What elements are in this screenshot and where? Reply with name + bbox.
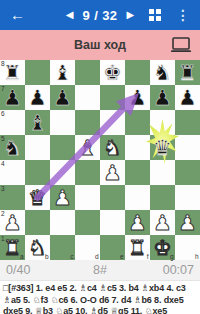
square-d4[interactable] bbox=[75, 160, 100, 185]
square-d1[interactable]: d bbox=[75, 235, 100, 260]
square-e5[interactable]: ♞ bbox=[100, 135, 125, 160]
piece-white-knight[interactable]: ♞ bbox=[25, 235, 50, 260]
piece-white-bishop[interactable]: ♝ bbox=[75, 135, 100, 160]
square-g4[interactable] bbox=[150, 160, 175, 185]
puzzle-counter: 9 / 32 bbox=[83, 8, 118, 23]
square-g3[interactable] bbox=[150, 185, 175, 210]
square-d7[interactable] bbox=[75, 85, 100, 110]
file-label: c bbox=[70, 253, 73, 260]
square-f8[interactable] bbox=[125, 60, 150, 85]
task-label: 8# bbox=[93, 263, 107, 277]
next-puzzle-icon[interactable]: ▶ bbox=[126, 0, 134, 30]
square-c8[interactable]: ♝ bbox=[50, 60, 75, 85]
square-a2[interactable]: 2♟ bbox=[0, 210, 25, 235]
square-c3[interactable]: ♟ bbox=[50, 185, 75, 210]
square-g2[interactable]: ♟ bbox=[150, 210, 175, 235]
piece-black-knight[interactable]: ♞ bbox=[0, 135, 25, 160]
piece-black-bishop[interactable]: ♝ bbox=[25, 110, 50, 135]
piece-black-pawn[interactable]: ♟ bbox=[175, 85, 200, 110]
square-e2[interactable] bbox=[100, 210, 125, 235]
square-b7[interactable]: ♟ bbox=[25, 85, 50, 110]
square-h7[interactable]: ♟ bbox=[175, 85, 200, 110]
square-e1[interactable]: e bbox=[100, 235, 125, 260]
square-b5[interactable] bbox=[25, 135, 50, 160]
piece-white-queen[interactable]: ♛ bbox=[25, 185, 50, 210]
square-c7[interactable]: ♟ bbox=[50, 85, 75, 110]
square-f3[interactable] bbox=[125, 185, 150, 210]
rank-label: 4 bbox=[1, 160, 5, 168]
piece-black-queen[interactable]: ♛ bbox=[150, 135, 175, 160]
square-c5[interactable] bbox=[50, 135, 75, 160]
square-f1[interactable]: f♜ bbox=[125, 235, 150, 260]
square-a6[interactable]: 6 bbox=[0, 110, 25, 135]
square-f2[interactable]: ♟ bbox=[125, 210, 150, 235]
square-a7[interactable]: 7♟ bbox=[0, 85, 25, 110]
square-a4[interactable]: 4 bbox=[0, 160, 25, 185]
piece-black-pawn[interactable]: ♟ bbox=[0, 85, 25, 110]
rank-label: 6 bbox=[1, 110, 5, 118]
square-a1[interactable]: 1a♜ bbox=[0, 235, 25, 260]
square-g8[interactable]: ♞ bbox=[150, 60, 175, 85]
piece-black-pawn[interactable]: ♟ bbox=[50, 85, 75, 110]
square-d6[interactable] bbox=[75, 110, 100, 135]
timer-label: 00:07 bbox=[163, 263, 194, 277]
piece-white-pawn[interactable]: ♟ bbox=[125, 210, 150, 235]
square-c4[interactable] bbox=[50, 160, 75, 185]
square-d5[interactable]: ♝ bbox=[75, 135, 100, 160]
square-g5[interactable]: ♛ bbox=[150, 135, 175, 160]
piece-white-rook[interactable]: ♜ bbox=[0, 235, 25, 260]
square-h8[interactable]: ♜ bbox=[175, 60, 200, 85]
move-line: ♗a5 5. ♘f3 ♘c6 6. O-O d6 7. d4 ♗b6 8. dx… bbox=[3, 295, 197, 307]
square-h1[interactable]: h bbox=[175, 235, 200, 260]
rank-label: 3 bbox=[1, 185, 5, 193]
square-c1[interactable]: c bbox=[50, 235, 75, 260]
turn-banner: Ваш ход bbox=[0, 30, 200, 60]
square-b4[interactable] bbox=[25, 160, 50, 185]
turn-label: Ваш ход bbox=[74, 38, 126, 52]
square-b1[interactable]: b♞ bbox=[25, 235, 50, 260]
square-e4[interactable]: ♟ bbox=[100, 160, 125, 185]
score-label: 0/40 bbox=[6, 263, 30, 277]
square-b2[interactable] bbox=[25, 210, 50, 235]
piece-black-king[interactable]: ♚ bbox=[100, 60, 125, 85]
file-label: d bbox=[95, 253, 99, 260]
square-b6[interactable]: ♝ bbox=[25, 110, 50, 135]
square-a5[interactable]: 5♞ bbox=[0, 135, 25, 160]
square-h4[interactable] bbox=[175, 160, 200, 185]
square-f5[interactable] bbox=[125, 135, 150, 160]
prev-puzzle-icon[interactable]: ◀ bbox=[66, 0, 74, 30]
square-h6[interactable] bbox=[175, 110, 200, 135]
square-h5[interactable] bbox=[175, 135, 200, 160]
square-b3[interactable]: ♛ bbox=[25, 185, 50, 210]
file-label: e bbox=[120, 253, 124, 260]
piece-black-pawn[interactable]: ♟ bbox=[150, 85, 175, 110]
piece-white-pawn[interactable]: ♟ bbox=[0, 210, 25, 235]
piece-white-pawn[interactable]: ♟ bbox=[100, 160, 125, 185]
square-e3[interactable] bbox=[100, 185, 125, 210]
piece-white-pawn[interactable]: ♟ bbox=[150, 210, 175, 235]
piece-black-rook[interactable]: ♜ bbox=[0, 60, 25, 85]
piece-white-rook[interactable]: ♜ bbox=[125, 235, 150, 260]
chess-board: 8♜♝♚♞♜7♟♟♟♟♟♟6♝5♞♝♞♛4♟3♛♟2♟♟♟♟1a♜b♞cdef♜… bbox=[0, 60, 200, 260]
piece-white-pawn[interactable]: ♟ bbox=[50, 185, 75, 210]
square-e8[interactable]: ♚ bbox=[100, 60, 125, 85]
square-d8[interactable] bbox=[75, 60, 100, 85]
square-c2[interactable] bbox=[50, 210, 75, 235]
piece-black-pawn[interactable]: ♟ bbox=[25, 85, 50, 110]
square-c6[interactable] bbox=[50, 110, 75, 135]
top-app-bar: ← ◀ 9 / 32 ▶ ⋮ bbox=[0, 0, 200, 30]
square-f7[interactable]: ♟ bbox=[125, 85, 150, 110]
square-f6[interactable] bbox=[125, 110, 150, 135]
square-d3[interactable] bbox=[75, 185, 100, 210]
puzzle-status-bar: 0/40 8# 00:07 bbox=[0, 260, 200, 281]
square-e7[interactable] bbox=[100, 85, 125, 110]
puzzle-list-grid-icon[interactable] bbox=[149, 9, 161, 21]
square-b8[interactable] bbox=[25, 60, 50, 85]
square-d2[interactable] bbox=[75, 210, 100, 235]
move-line: □[#363] 1. e4 e5 2. ♗c4 ♗c5 3. b4 ♗xb4 4… bbox=[3, 283, 197, 295]
overflow-menu-icon[interactable]: ⋮ bbox=[176, 7, 190, 23]
square-e6[interactable] bbox=[100, 110, 125, 135]
move-list[interactable]: □[#363] 1. e4 e5 2. ♗c4 ♗c5 3. b4 ♗xb4 4… bbox=[0, 281, 200, 314]
topbar-actions: ⋮ bbox=[149, 7, 190, 23]
file-label: h bbox=[195, 253, 199, 260]
puzzle-navigation: ◀ 9 / 32 ▶ bbox=[66, 0, 134, 30]
square-g7[interactable]: ♟ bbox=[150, 85, 175, 110]
piece-black-rook[interactable]: ♜ bbox=[175, 60, 200, 85]
back-icon[interactable]: ← bbox=[10, 0, 25, 30]
square-f4[interactable] bbox=[125, 160, 150, 185]
square-h3[interactable] bbox=[175, 185, 200, 210]
piece-white-pawn[interactable]: ♟ bbox=[175, 210, 200, 235]
piece-white-king[interactable]: ♚ bbox=[150, 235, 175, 260]
piece-black-bishop[interactable]: ♝ bbox=[50, 60, 75, 85]
piece-black-knight[interactable]: ♞ bbox=[150, 60, 175, 85]
square-h2[interactable]: ♟ bbox=[175, 210, 200, 235]
square-a8[interactable]: 8♜ bbox=[0, 60, 25, 85]
laptop-icon[interactable] bbox=[171, 37, 191, 53]
move-line: dxe5 9. ♕b3 ♘a5 10. ♗d5 ♕g5 11. ♘xe5 bbox=[3, 306, 197, 314]
piece-black-pawn[interactable]: ♟ bbox=[125, 85, 150, 110]
square-a3[interactable]: 3 bbox=[0, 185, 25, 210]
square-g1[interactable]: g♚ bbox=[150, 235, 175, 260]
piece-white-knight[interactable]: ♞ bbox=[100, 135, 125, 160]
